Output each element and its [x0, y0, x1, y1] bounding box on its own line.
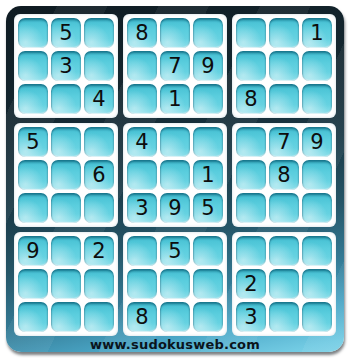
cell-r6c8[interactable]: [269, 193, 299, 223]
cell-r9c8[interactable]: [269, 302, 299, 332]
cell-r6c5[interactable]: 9: [160, 193, 190, 223]
cell-r8c6[interactable]: [193, 269, 223, 299]
sudoku-board: 534 8791 18 56 41395 798 92 58 23 www.su…: [6, 6, 344, 352]
cell-r5c9[interactable]: [302, 160, 332, 190]
block-bottom-left: 92: [14, 232, 118, 336]
cell-r1c3[interactable]: [84, 18, 114, 48]
cell-r6c3[interactable]: [84, 193, 114, 223]
cell-r7c4[interactable]: [127, 236, 157, 266]
cell-r9c9[interactable]: [302, 302, 332, 332]
cell-r4c3[interactable]: [84, 127, 114, 157]
block-top-left: 534: [14, 14, 118, 118]
cell-r8c3[interactable]: [84, 269, 114, 299]
cell-r5c1[interactable]: [18, 160, 48, 190]
page: 534 8791 18 56 41395 798 92 58 23 www.su…: [0, 0, 350, 360]
cell-r3c4[interactable]: [127, 84, 157, 114]
cell-r7c7[interactable]: [236, 236, 266, 266]
cell-r6c1[interactable]: [18, 193, 48, 223]
cell-r4c1[interactable]: 5: [18, 127, 48, 157]
cell-r5c5[interactable]: [160, 160, 190, 190]
cell-r4c9[interactable]: 9: [302, 127, 332, 157]
cell-r5c6[interactable]: 1: [193, 160, 223, 190]
block-top-center: 8791: [123, 14, 227, 118]
cell-r8c2[interactable]: [51, 269, 81, 299]
cell-r4c2[interactable]: [51, 127, 81, 157]
cell-r4c4[interactable]: 4: [127, 127, 157, 157]
cell-r3c9[interactable]: [302, 84, 332, 114]
block-middle-center: 41395: [123, 123, 227, 227]
block-middle-left: 56: [14, 123, 118, 227]
cell-r5c3[interactable]: 6: [84, 160, 114, 190]
cell-r6c7[interactable]: [236, 193, 266, 223]
cell-r8c1[interactable]: [18, 269, 48, 299]
cell-r3c5[interactable]: 1: [160, 84, 190, 114]
cell-r8c9[interactable]: [302, 269, 332, 299]
block-bottom-right: 23: [232, 232, 336, 336]
cell-r2c7[interactable]: [236, 51, 266, 81]
cell-r1c6[interactable]: [193, 18, 223, 48]
cell-r5c4[interactable]: [127, 160, 157, 190]
cell-r4c5[interactable]: [160, 127, 190, 157]
cell-r9c3[interactable]: [84, 302, 114, 332]
cell-r9c2[interactable]: [51, 302, 81, 332]
cell-r4c7[interactable]: [236, 127, 266, 157]
cell-r8c5[interactable]: [160, 269, 190, 299]
cell-r3c8[interactable]: [269, 84, 299, 114]
cell-r5c7[interactable]: [236, 160, 266, 190]
cell-r6c4[interactable]: 3: [127, 193, 157, 223]
cell-r1c7[interactable]: [236, 18, 266, 48]
cell-r9c6[interactable]: [193, 302, 223, 332]
site-url-label: www.sudokusweb.com: [14, 338, 336, 352]
cell-r9c4[interactable]: 8: [127, 302, 157, 332]
cell-r2c5[interactable]: 7: [160, 51, 190, 81]
cell-r2c1[interactable]: [18, 51, 48, 81]
cell-r8c4[interactable]: [127, 269, 157, 299]
cell-r8c7[interactable]: 2: [236, 269, 266, 299]
cell-r3c3[interactable]: 4: [84, 84, 114, 114]
cell-r7c3[interactable]: 2: [84, 236, 114, 266]
sudoku-grid: 534 8791 18 56 41395 798 92 58 23: [14, 14, 336, 336]
block-top-right: 18: [232, 14, 336, 118]
cell-r9c1[interactable]: [18, 302, 48, 332]
cell-r8c8[interactable]: [269, 269, 299, 299]
cell-r1c4[interactable]: 8: [127, 18, 157, 48]
cell-r7c2[interactable]: [51, 236, 81, 266]
cell-r3c1[interactable]: [18, 84, 48, 114]
cell-r3c7[interactable]: 8: [236, 84, 266, 114]
block-bottom-center: 58: [123, 232, 227, 336]
cell-r1c8[interactable]: [269, 18, 299, 48]
cell-r9c7[interactable]: 3: [236, 302, 266, 332]
cell-r1c1[interactable]: [18, 18, 48, 48]
cell-r7c9[interactable]: [302, 236, 332, 266]
cell-r2c3[interactable]: [84, 51, 114, 81]
cell-r3c6[interactable]: [193, 84, 223, 114]
cell-r1c5[interactable]: [160, 18, 190, 48]
cell-r2c6[interactable]: 9: [193, 51, 223, 81]
cell-r1c2[interactable]: 5: [51, 18, 81, 48]
cell-r2c9[interactable]: [302, 51, 332, 81]
cell-r2c4[interactable]: [127, 51, 157, 81]
cell-r6c9[interactable]: [302, 193, 332, 223]
cell-r3c2[interactable]: [51, 84, 81, 114]
cell-r7c5[interactable]: 5: [160, 236, 190, 266]
cell-r9c5[interactable]: [160, 302, 190, 332]
cell-r2c8[interactable]: [269, 51, 299, 81]
cell-r7c1[interactable]: 9: [18, 236, 48, 266]
cell-r2c2[interactable]: 3: [51, 51, 81, 81]
cell-r7c6[interactable]: [193, 236, 223, 266]
cell-r1c9[interactable]: 1: [302, 18, 332, 48]
cell-r5c2[interactable]: [51, 160, 81, 190]
cell-r5c8[interactable]: 8: [269, 160, 299, 190]
cell-r4c6[interactable]: [193, 127, 223, 157]
cell-r7c8[interactable]: [269, 236, 299, 266]
cell-r6c6[interactable]: 5: [193, 193, 223, 223]
cell-r4c8[interactable]: 7: [269, 127, 299, 157]
cell-r6c2[interactable]: [51, 193, 81, 223]
block-middle-right: 798: [232, 123, 336, 227]
